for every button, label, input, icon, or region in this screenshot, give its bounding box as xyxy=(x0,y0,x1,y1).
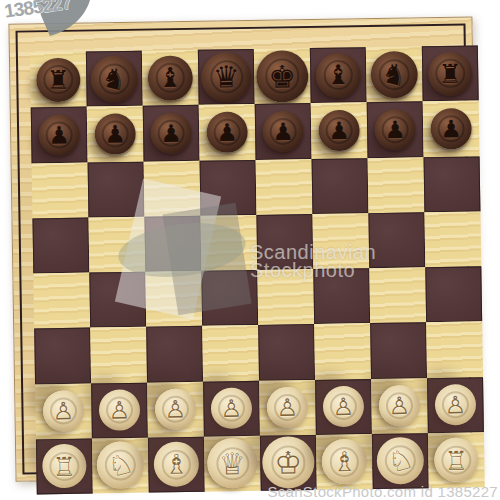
piece-glyph: ♚ xyxy=(268,60,296,92)
square-a1: ♖ xyxy=(36,438,93,494)
piece-glyph: ♟ xyxy=(216,120,238,145)
piece-white-knight: ♘ xyxy=(376,437,424,485)
square-a5 xyxy=(32,217,89,273)
square-d6 xyxy=(200,159,257,215)
piece-black-knight: ♞ xyxy=(370,50,418,98)
stock-photo: ♜♞♝♛♚♝♞♜♟♟♟♟♟♟♟♟♙♙♙♙♙♙♙♙♖♘♗♕♔♗♘♖ Scandin… xyxy=(0,0,500,500)
piece-glyph: ♟ xyxy=(328,118,350,143)
square-e8: ♚ xyxy=(254,48,311,104)
piece-glyph: ♛ xyxy=(213,61,240,92)
square-h2: ♙ xyxy=(427,377,484,433)
square-b2: ♙ xyxy=(91,382,148,438)
piece-glyph: ♟ xyxy=(272,119,294,144)
square-e4 xyxy=(257,269,314,325)
piece-glyph: ♗ xyxy=(332,448,357,476)
square-e3 xyxy=(258,324,315,380)
square-a8: ♜ xyxy=(30,52,87,108)
square-g2: ♙ xyxy=(371,378,428,434)
square-g3 xyxy=(370,322,427,378)
square-f8: ♝ xyxy=(310,47,367,103)
square-d4 xyxy=(201,270,258,326)
square-g5 xyxy=(368,212,425,268)
square-h6 xyxy=(424,156,481,212)
square-h3 xyxy=(426,322,483,378)
piece-glyph: ♞ xyxy=(98,61,130,96)
piece-glyph: ♞ xyxy=(378,57,410,92)
square-f2: ♙ xyxy=(315,379,372,435)
square-d5 xyxy=(200,215,257,271)
piece-white-queen: ♕ xyxy=(207,438,258,489)
piece-black-pawn: ♟ xyxy=(38,114,80,156)
piece-black-pawn: ♟ xyxy=(150,112,192,154)
square-d1: ♕ xyxy=(204,436,261,492)
piece-black-pawn: ♟ xyxy=(206,111,248,153)
square-h5 xyxy=(424,211,481,267)
square-a4 xyxy=(33,273,90,329)
piece-white-rook: ♖ xyxy=(42,444,87,489)
square-c7: ♟ xyxy=(143,105,200,161)
piece-white-king: ♔ xyxy=(262,436,315,489)
square-g8: ♞ xyxy=(366,46,423,102)
photo-area: ♜♞♝♛♚♝♞♜♟♟♟♟♟♟♟♟♙♙♙♙♙♙♙♙♖♘♗♕♔♗♘♖ xyxy=(0,0,500,500)
piece-glyph: ♜ xyxy=(438,60,462,87)
piece-glyph: ♙ xyxy=(53,398,75,423)
piece-glyph: ♝ xyxy=(158,64,183,92)
square-g6 xyxy=(368,157,425,213)
piece-glyph: ♖ xyxy=(444,446,468,473)
square-c3 xyxy=(146,326,203,382)
piece-glyph: ♟ xyxy=(160,120,182,145)
piece-black-king: ♚ xyxy=(256,50,309,103)
piece-glyph: ♙ xyxy=(333,394,355,419)
piece-glyph: ♜ xyxy=(46,66,70,93)
square-h4 xyxy=(425,266,482,322)
piece-glyph: ♔ xyxy=(274,447,302,479)
piece-white-pawn: ♙ xyxy=(323,386,365,428)
square-h1: ♖ xyxy=(428,432,485,488)
square-a6 xyxy=(32,162,89,218)
piece-black-rook: ♜ xyxy=(428,51,473,96)
square-f4 xyxy=(313,268,370,324)
piece-glyph: ♘ xyxy=(104,448,136,482)
square-e7: ♟ xyxy=(255,103,312,159)
piece-white-bishop: ♗ xyxy=(154,442,200,488)
piece-glyph: ♟ xyxy=(104,121,126,146)
square-h7: ♟ xyxy=(423,101,480,157)
piece-glyph: ♝ xyxy=(326,61,351,89)
piece-white-pawn: ♙ xyxy=(211,388,253,430)
bottom-watermark-text: ScanStockPhoto.com id 1385227 xyxy=(267,483,498,500)
piece-white-pawn: ♙ xyxy=(379,385,421,427)
piece-black-knight: ♞ xyxy=(90,55,138,103)
piece-glyph: ♙ xyxy=(109,398,131,423)
square-f3 xyxy=(314,323,371,379)
square-c1: ♗ xyxy=(148,436,205,492)
piece-glyph: ♙ xyxy=(165,397,187,422)
piece-black-bishop: ♝ xyxy=(315,52,361,98)
piece-glyph: ♖ xyxy=(53,453,77,480)
piece-glyph: ♙ xyxy=(444,392,466,417)
piece-white-knight: ♘ xyxy=(97,442,145,490)
square-a3 xyxy=(34,328,91,384)
piece-white-bishop: ♗ xyxy=(321,439,367,485)
board-grid: ♜♞♝♛♚♝♞♜♟♟♟♟♟♟♟♟♙♙♙♙♙♙♙♙♖♘♗♕♔♗♘♖ xyxy=(30,45,485,494)
square-c8: ♝ xyxy=(142,50,199,106)
square-e5 xyxy=(256,214,313,270)
square-b6 xyxy=(88,161,145,217)
piece-glyph: ♘ xyxy=(384,444,416,478)
piece-glyph: ♙ xyxy=(389,393,411,418)
chess-board: ♜♞♝♛♚♝♞♜♟♟♟♟♟♟♟♟♙♙♙♙♙♙♙♙♖♘♗♕♔♗♘♖ xyxy=(8,16,479,481)
piece-white-pawn: ♙ xyxy=(43,390,85,432)
piece-glyph: ♟ xyxy=(384,117,406,142)
square-c2: ♙ xyxy=(147,381,204,437)
piece-black-rook: ♜ xyxy=(36,57,81,102)
piece-black-pawn: ♟ xyxy=(318,110,360,152)
square-d3 xyxy=(202,325,259,381)
piece-glyph: ♗ xyxy=(164,450,189,478)
square-f1: ♗ xyxy=(316,434,373,490)
piece-black-pawn: ♟ xyxy=(430,108,472,150)
piece-white-pawn: ♙ xyxy=(267,387,309,429)
square-f7: ♟ xyxy=(311,102,368,158)
square-e2: ♙ xyxy=(259,379,316,435)
piece-white-pawn: ♙ xyxy=(435,384,477,426)
square-b3 xyxy=(90,327,147,383)
square-g1: ♘ xyxy=(372,433,429,489)
square-b4 xyxy=(89,272,146,328)
square-b1: ♘ xyxy=(92,437,149,493)
square-a7: ♟ xyxy=(31,107,88,163)
piece-black-pawn: ♟ xyxy=(94,113,136,155)
piece-glyph: ♙ xyxy=(277,395,299,420)
square-e6 xyxy=(256,159,313,215)
piece-black-pawn: ♟ xyxy=(262,111,304,153)
square-f6 xyxy=(312,158,369,214)
piece-glyph: ♙ xyxy=(221,396,243,421)
square-b8: ♞ xyxy=(86,51,143,107)
square-c6 xyxy=(144,160,201,216)
square-g4 xyxy=(369,267,426,323)
square-h8: ♜ xyxy=(422,45,479,101)
piece-glyph: ♟ xyxy=(48,122,70,147)
piece-black-bishop: ♝ xyxy=(147,55,193,101)
square-d8: ♛ xyxy=(198,49,255,105)
square-b5 xyxy=(88,216,145,272)
square-d7: ♟ xyxy=(199,104,256,160)
piece-white-pawn: ♙ xyxy=(99,389,141,431)
piece-black-queen: ♛ xyxy=(201,52,252,103)
square-c5 xyxy=(144,216,201,272)
piece-white-rook: ♖ xyxy=(434,438,479,483)
piece-white-pawn: ♙ xyxy=(155,388,197,430)
square-c4 xyxy=(145,271,202,327)
square-g7: ♟ xyxy=(367,102,424,158)
piece-glyph: ♟ xyxy=(440,116,462,141)
square-b7: ♟ xyxy=(87,106,144,162)
square-f5 xyxy=(312,213,369,269)
piece-black-pawn: ♟ xyxy=(374,109,416,151)
square-d2: ♙ xyxy=(203,380,260,436)
square-a2: ♙ xyxy=(35,383,92,439)
piece-glyph: ♕ xyxy=(219,448,246,479)
